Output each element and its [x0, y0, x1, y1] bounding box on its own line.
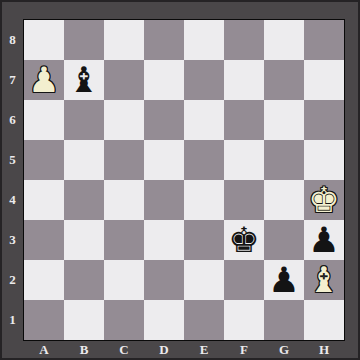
square-h7[interactable] — [304, 60, 344, 100]
square-e6[interactable] — [184, 100, 224, 140]
black-king[interactable]: ♚ — [228, 220, 259, 260]
square-h5[interactable] — [304, 140, 344, 180]
square-h3[interactable]: ♟ — [304, 220, 344, 260]
square-g2[interactable]: ♟ — [264, 260, 304, 300]
square-b7[interactable]: ♝ — [64, 60, 104, 100]
square-e5[interactable] — [184, 140, 224, 180]
square-g6[interactable] — [264, 100, 304, 140]
square-e3[interactable] — [184, 220, 224, 260]
square-c5[interactable] — [104, 140, 144, 180]
square-f7[interactable] — [224, 60, 264, 100]
square-a1[interactable] — [24, 300, 64, 340]
square-e7[interactable] — [184, 60, 224, 100]
square-c4[interactable] — [104, 180, 144, 220]
square-c8[interactable] — [104, 20, 144, 60]
square-f4[interactable] — [224, 180, 264, 220]
square-a7[interactable]: ♟ — [24, 60, 64, 100]
square-h1[interactable] — [304, 300, 344, 340]
file-labels: ABCDEFGH — [24, 341, 344, 358]
file-label-c: C — [104, 341, 144, 358]
square-c3[interactable] — [104, 220, 144, 260]
square-d5[interactable] — [144, 140, 184, 180]
rank-label-6: 6 — [2, 100, 23, 140]
black-pawn[interactable]: ♟ — [308, 220, 339, 260]
square-h2[interactable]: ♝ — [304, 260, 344, 300]
white-bishop[interactable]: ♝ — [308, 260, 339, 300]
square-g3[interactable] — [264, 220, 304, 260]
square-b1[interactable] — [64, 300, 104, 340]
square-b5[interactable] — [64, 140, 104, 180]
rank-label-7: 7 — [2, 60, 23, 100]
square-f8[interactable] — [224, 20, 264, 60]
square-e8[interactable] — [184, 20, 224, 60]
square-e2[interactable] — [184, 260, 224, 300]
square-d1[interactable] — [144, 300, 184, 340]
chess-board-frame: 87654321 ♟♝♚♚♟♟♝ ABCDEFGH — [0, 0, 360, 360]
square-b3[interactable] — [64, 220, 104, 260]
square-c2[interactable] — [104, 260, 144, 300]
file-label-d: D — [144, 341, 184, 358]
square-h6[interactable] — [304, 100, 344, 140]
rank-label-3: 3 — [2, 220, 23, 260]
rank-label-8: 8 — [2, 20, 23, 60]
file-label-e: E — [184, 341, 224, 358]
white-king[interactable]: ♚ — [308, 180, 339, 220]
square-d4[interactable] — [144, 180, 184, 220]
square-b6[interactable] — [64, 100, 104, 140]
square-a5[interactable] — [24, 140, 64, 180]
black-bishop[interactable]: ♝ — [68, 60, 99, 100]
file-label-f: F — [224, 341, 264, 358]
file-label-g: G — [264, 341, 304, 358]
square-a2[interactable] — [24, 260, 64, 300]
square-g7[interactable] — [264, 60, 304, 100]
square-d8[interactable] — [144, 20, 184, 60]
square-e4[interactable] — [184, 180, 224, 220]
rank-label-5: 5 — [2, 140, 23, 180]
square-g5[interactable] — [264, 140, 304, 180]
rank-labels: 87654321 — [2, 20, 23, 340]
black-pawn[interactable]: ♟ — [268, 260, 299, 300]
file-label-a: A — [24, 341, 64, 358]
rank-label-2: 2 — [2, 260, 23, 300]
square-a6[interactable] — [24, 100, 64, 140]
square-d6[interactable] — [144, 100, 184, 140]
square-c7[interactable] — [104, 60, 144, 100]
square-d2[interactable] — [144, 260, 184, 300]
square-f2[interactable] — [224, 260, 264, 300]
chess-board: ♟♝♚♚♟♟♝ — [23, 19, 345, 341]
square-b2[interactable] — [64, 260, 104, 300]
square-f1[interactable] — [224, 300, 264, 340]
square-c6[interactable] — [104, 100, 144, 140]
file-label-b: B — [64, 341, 104, 358]
square-a3[interactable] — [24, 220, 64, 260]
square-a8[interactable] — [24, 20, 64, 60]
rank-label-4: 4 — [2, 180, 23, 220]
square-b4[interactable] — [64, 180, 104, 220]
square-f3[interactable]: ♚ — [224, 220, 264, 260]
square-c1[interactable] — [104, 300, 144, 340]
square-f5[interactable] — [224, 140, 264, 180]
square-g1[interactable] — [264, 300, 304, 340]
file-label-h: H — [304, 341, 344, 358]
rank-label-1: 1 — [2, 300, 23, 340]
white-pawn[interactable]: ♟ — [28, 60, 59, 100]
square-e1[interactable] — [184, 300, 224, 340]
square-d3[interactable] — [144, 220, 184, 260]
square-g8[interactable] — [264, 20, 304, 60]
square-h8[interactable] — [304, 20, 344, 60]
square-a4[interactable] — [24, 180, 64, 220]
square-d7[interactable] — [144, 60, 184, 100]
square-b8[interactable] — [64, 20, 104, 60]
square-g4[interactable] — [264, 180, 304, 220]
square-f6[interactable] — [224, 100, 264, 140]
square-h4[interactable]: ♚ — [304, 180, 344, 220]
